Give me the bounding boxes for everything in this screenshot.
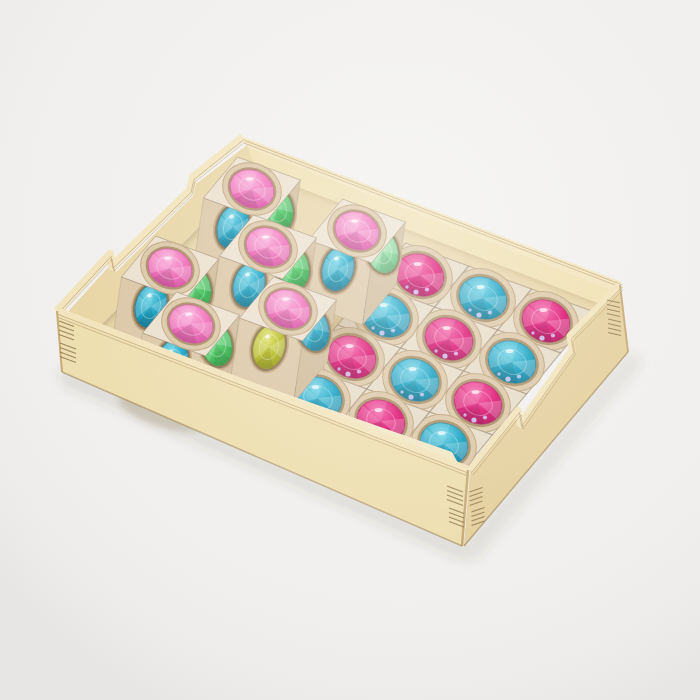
- photo-stage: [0, 0, 700, 700]
- scene: [0, 0, 700, 700]
